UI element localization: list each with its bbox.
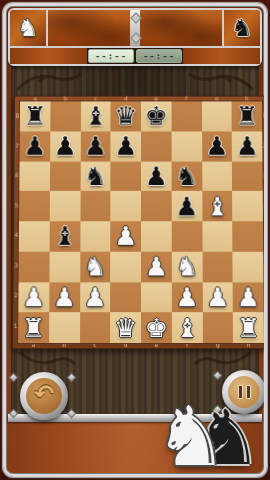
square-d8[interactable]: ♛ xyxy=(111,101,141,131)
square-f7[interactable] xyxy=(171,131,201,161)
square-f1[interactable]: ♝ xyxy=(172,312,203,343)
square-c3[interactable]: ♞ xyxy=(80,252,111,282)
black-knight[interactable]: ♞ xyxy=(84,162,107,189)
clock-row: --:-- --:-- xyxy=(10,48,260,64)
square-e8[interactable]: ♚ xyxy=(141,101,171,131)
square-h7[interactable]: ♟ xyxy=(232,131,263,161)
white-queen[interactable]: ♛ xyxy=(114,314,137,342)
square-a3[interactable] xyxy=(19,252,50,282)
black-pawn[interactable]: ♟ xyxy=(54,133,77,160)
square-h4[interactable] xyxy=(232,221,263,251)
square-c7[interactable]: ♟ xyxy=(80,131,110,161)
square-b8[interactable] xyxy=(50,101,80,131)
knight-figurines: ♞ ♞ xyxy=(154,386,264,477)
square-b3[interactable] xyxy=(49,252,80,282)
square-g5[interactable]: ♝ xyxy=(202,191,233,221)
square-d5[interactable] xyxy=(111,191,141,221)
black-player-panel xyxy=(140,10,222,46)
white-pawn[interactable]: ♟ xyxy=(83,283,106,311)
square-h5[interactable] xyxy=(232,191,263,221)
black-pawn[interactable]: ♟ xyxy=(114,133,137,160)
black-bishop[interactable]: ♝ xyxy=(53,223,76,251)
black-rook[interactable]: ♜ xyxy=(235,103,258,130)
clock-row-right-strip xyxy=(183,48,260,64)
top-bar: ♞ ♞ --:-- --:-- xyxy=(8,8,262,66)
square-f4[interactable] xyxy=(171,221,202,251)
white-knight[interactable]: ♞ xyxy=(83,253,106,281)
square-a1[interactable]: ♜ xyxy=(18,312,49,343)
white-pawn[interactable]: ♟ xyxy=(22,283,45,311)
white-player-badge: ♞ xyxy=(10,10,48,46)
white-knight[interactable]: ♞ xyxy=(175,253,198,281)
square-a2[interactable]: ♟ xyxy=(18,282,49,312)
square-e5[interactable] xyxy=(141,191,171,221)
black-pawn[interactable]: ♟ xyxy=(175,192,198,219)
black-queen[interactable]: ♛ xyxy=(114,103,137,130)
square-f5[interactable]: ♟ xyxy=(171,191,202,221)
square-e6[interactable]: ♟ xyxy=(141,161,171,191)
square-g4[interactable] xyxy=(202,221,233,251)
white-bishop[interactable]: ♝ xyxy=(206,192,229,219)
square-d1[interactable]: ♛ xyxy=(110,312,141,343)
square-g1[interactable] xyxy=(202,312,233,343)
player-row: ♞ ♞ xyxy=(10,10,260,48)
white-pawn[interactable]: ♟ xyxy=(145,253,168,281)
white-pawn[interactable]: ♟ xyxy=(237,283,260,311)
square-f8[interactable] xyxy=(171,101,201,131)
white-pawn[interactable]: ♟ xyxy=(206,283,229,311)
square-c4[interactable] xyxy=(80,221,111,251)
square-g8[interactable] xyxy=(202,101,232,131)
square-b6[interactable] xyxy=(50,161,81,191)
square-a8[interactable]: ♜ xyxy=(20,101,50,131)
white-knight-figurine: ♞ xyxy=(154,396,228,477)
square-c1[interactable] xyxy=(80,312,111,343)
undo-arrow-icon: ↶ xyxy=(34,380,54,408)
white-rook[interactable]: ♜ xyxy=(22,314,45,342)
white-knight-icon: ♞ xyxy=(17,16,39,40)
flourish-top-left xyxy=(15,70,85,96)
black-king[interactable]: ♚ xyxy=(145,103,168,130)
outer-silver-frame: ♞ ♞ --:-- --:-- xyxy=(3,3,267,477)
black-pawn[interactable]: ♟ xyxy=(145,162,168,189)
square-d6[interactable] xyxy=(111,161,141,191)
white-rook[interactable]: ♜ xyxy=(237,314,260,342)
black-player-badge: ♞ xyxy=(222,10,260,46)
square-e1[interactable]: ♚ xyxy=(141,312,172,343)
square-h2[interactable]: ♟ xyxy=(233,282,264,312)
white-pawn[interactable]: ♟ xyxy=(114,223,137,251)
flourish-top-right xyxy=(185,70,255,96)
white-pawn[interactable]: ♟ xyxy=(175,283,198,311)
square-g3[interactable] xyxy=(202,252,233,282)
square-b1[interactable] xyxy=(49,312,80,343)
center-divider-ornament xyxy=(130,10,140,46)
black-clock: --:-- xyxy=(136,49,182,63)
clock-row-left-strip xyxy=(10,48,87,64)
square-e2[interactable] xyxy=(141,282,172,312)
black-knight-icon: ♞ xyxy=(231,16,253,40)
square-c5[interactable] xyxy=(80,191,111,221)
square-e4[interactable] xyxy=(141,221,172,251)
square-a6[interactable] xyxy=(19,161,50,191)
square-b5[interactable] xyxy=(50,191,81,221)
square-e3[interactable]: ♟ xyxy=(141,252,172,282)
board: abcdefgh abcdefgh 87654321 87654321 ♜♝♛♚… xyxy=(12,96,267,349)
square-a5[interactable] xyxy=(19,191,50,221)
white-clock: --:-- xyxy=(88,49,134,63)
square-b4[interactable]: ♝ xyxy=(49,221,80,251)
square-f6[interactable]: ♞ xyxy=(171,161,201,191)
square-c2[interactable]: ♟ xyxy=(80,282,111,312)
square-a7[interactable]: ♟ xyxy=(20,131,51,161)
black-knight[interactable]: ♞ xyxy=(175,162,198,189)
black-pawn[interactable]: ♟ xyxy=(84,133,107,160)
square-g7[interactable]: ♟ xyxy=(202,131,232,161)
square-d4[interactable]: ♟ xyxy=(110,221,141,251)
square-h8[interactable]: ♜ xyxy=(232,101,262,131)
white-king[interactable]: ♚ xyxy=(145,314,168,342)
square-c8[interactable]: ♝ xyxy=(80,101,110,131)
white-player-panel xyxy=(48,10,130,46)
white-bishop[interactable]: ♝ xyxy=(175,314,198,342)
black-pawn[interactable]: ♟ xyxy=(236,133,259,160)
board-grid: ♜♝♛♚♜♟♟♟♟♟♟♞♟♞♟♝♝♟♞♟♞♟♟♟♟♟♟♜♛♚♝♜ xyxy=(18,101,264,343)
square-h3[interactable] xyxy=(233,252,264,282)
white-pawn[interactable]: ♟ xyxy=(53,283,76,311)
square-d2[interactable] xyxy=(110,282,141,312)
square-g2[interactable]: ♟ xyxy=(202,282,233,312)
square-c6[interactable]: ♞ xyxy=(80,161,110,191)
undo-button-face: ↶ xyxy=(26,378,62,414)
square-f3[interactable]: ♞ xyxy=(172,252,203,282)
square-f2[interactable]: ♟ xyxy=(172,282,203,312)
square-e7[interactable] xyxy=(141,131,171,161)
black-pawn[interactable]: ♟ xyxy=(23,133,46,160)
black-rook[interactable]: ♜ xyxy=(23,103,46,130)
square-g6[interactable] xyxy=(202,161,233,191)
square-a4[interactable] xyxy=(19,221,50,251)
black-pawn[interactable]: ♟ xyxy=(205,133,228,160)
square-d7[interactable]: ♟ xyxy=(111,131,141,161)
square-h6[interactable] xyxy=(232,161,263,191)
square-h1[interactable]: ♜ xyxy=(233,312,264,343)
square-d3[interactable] xyxy=(110,252,141,282)
black-bishop[interactable]: ♝ xyxy=(84,103,107,130)
undo-button[interactable]: ↶ xyxy=(20,372,68,420)
flourish-bottom-left xyxy=(17,348,77,370)
square-b2[interactable]: ♟ xyxy=(49,282,80,312)
app-screen: ♞ ♞ --:-- --:-- xyxy=(0,0,270,480)
flourish-bottom-right xyxy=(193,348,253,370)
square-b7[interactable]: ♟ xyxy=(50,131,80,161)
